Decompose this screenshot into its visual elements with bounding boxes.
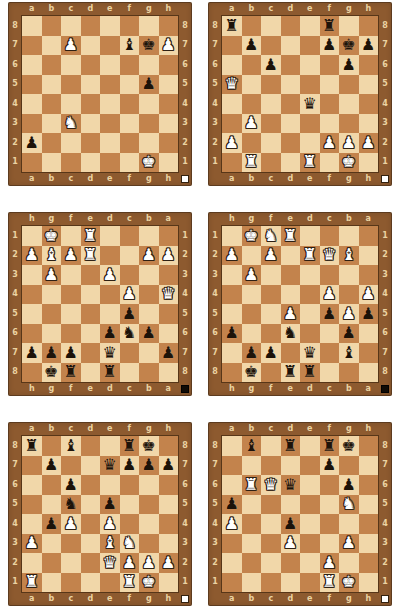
board-3-label-a: a bbox=[159, 212, 179, 226]
board-5-square-b3 bbox=[42, 534, 62, 554]
board-5-label-e: e bbox=[100, 422, 120, 436]
board-2-square-b6 bbox=[242, 55, 262, 75]
black-pawn-a5: ♟ bbox=[361, 305, 375, 321]
board-1-square-h4 bbox=[159, 94, 179, 114]
board-3-square-f4 bbox=[61, 285, 81, 305]
board-6-label-b: b bbox=[242, 592, 262, 606]
board-5-label-6: 6 bbox=[8, 475, 22, 495]
board-5-square-d2 bbox=[81, 553, 101, 573]
board-5-square-h2: ♟ bbox=[159, 553, 179, 573]
board-4-square-c7 bbox=[320, 343, 340, 363]
board-2-square-a5: ♛ bbox=[222, 75, 242, 95]
board-1-label-4: 4 bbox=[8, 94, 22, 114]
board-2-square-f5 bbox=[320, 75, 340, 95]
board-6-square-f2: ♟ bbox=[320, 553, 340, 573]
board-3-label-h: h bbox=[22, 212, 42, 226]
board-6-label-5: 5 bbox=[208, 495, 222, 515]
board-6-square-h5 bbox=[359, 495, 379, 515]
board-1-label-h: h bbox=[159, 172, 179, 186]
board-2-square-c1 bbox=[261, 153, 281, 173]
board-3-square-c1 bbox=[120, 226, 140, 246]
board-6-labels-right: 87654321 bbox=[378, 436, 392, 592]
board-1-square-a2: ♟ bbox=[22, 133, 42, 153]
white-pawn-a2: ♟ bbox=[225, 134, 239, 150]
board-1-square-a8 bbox=[22, 16, 42, 36]
board-1-label-1: 1 bbox=[178, 153, 192, 173]
board-5-square-a3: ♟ bbox=[22, 534, 42, 554]
board-6-square-a6 bbox=[222, 475, 242, 495]
black-pawn-g6: ♟ bbox=[342, 476, 356, 492]
board-3-square-g3: ♟ bbox=[42, 265, 62, 285]
board-5-square-a2 bbox=[22, 553, 42, 573]
board-2-label-2: 2 bbox=[208, 133, 222, 153]
board-2-label-4: 4 bbox=[378, 94, 392, 114]
board-4-square-c6 bbox=[320, 324, 340, 344]
board-1-square-f5 bbox=[120, 75, 140, 95]
board-1-square-a7 bbox=[22, 36, 42, 56]
board-2-label-c: c bbox=[261, 172, 281, 186]
board-3-square-h8 bbox=[22, 363, 42, 383]
board-1-label-8: 8 bbox=[178, 16, 192, 36]
board-1-square-d4 bbox=[81, 94, 101, 114]
white-queen-c6: ♛ bbox=[264, 476, 278, 492]
board-4-label-g: g bbox=[242, 382, 262, 396]
board-6-label-e: e bbox=[300, 592, 320, 606]
board-4-label-4: 4 bbox=[208, 285, 222, 305]
board-2-square-a3 bbox=[222, 114, 242, 134]
board-4-square-a6 bbox=[359, 324, 379, 344]
black-bishop-f7: ♝ bbox=[122, 37, 136, 53]
board-2-square-b3: ♟ bbox=[242, 114, 262, 134]
board-1-label-1: 1 bbox=[8, 153, 22, 173]
board-5-label-1: 1 bbox=[178, 573, 192, 593]
board-1-labels-left: 87654321 bbox=[8, 16, 22, 172]
white-pawn-h2: ♟ bbox=[225, 247, 239, 263]
board-1-square-f3 bbox=[120, 114, 140, 134]
board-3-label-6: 6 bbox=[178, 324, 192, 344]
board-3-square-d3: ♟ bbox=[100, 265, 120, 285]
board-6-label-7: 7 bbox=[208, 456, 222, 476]
board-5-square-f5 bbox=[120, 495, 140, 515]
board-3-square-a3 bbox=[159, 265, 179, 285]
board-6-label-4: 4 bbox=[378, 514, 392, 534]
board-4-square-a4: ♟ bbox=[359, 285, 379, 305]
board-3-squares: ♚♜♟♝♟♜♟♟♟♟♟♛♟♟♞♟♟♟♟♛♟♚♜♜ bbox=[22, 226, 178, 382]
board-2: abcdefghabcdefgh8765432187654321♜♜♟♟♚♟♟♟… bbox=[208, 2, 392, 186]
board-5-label-b: b bbox=[42, 592, 62, 606]
board-6-square-e7 bbox=[300, 456, 320, 476]
board-6-square-g7 bbox=[339, 456, 359, 476]
board-1-square-c4 bbox=[61, 94, 81, 114]
board-6-square-e6 bbox=[300, 475, 320, 495]
board-6-label-8: 8 bbox=[208, 436, 222, 456]
board-3-square-a5 bbox=[159, 304, 179, 324]
board-4-label-5: 5 bbox=[378, 304, 392, 324]
board-6-square-b5 bbox=[242, 495, 262, 515]
board-5-square-d1 bbox=[81, 573, 101, 593]
board-3-label-f: f bbox=[61, 382, 81, 396]
board-1-square-c6 bbox=[61, 55, 81, 75]
board-6-square-d6: ♛ bbox=[281, 475, 301, 495]
board-5-labels-top: abcdefgh bbox=[22, 422, 178, 436]
board-4-square-a5: ♟ bbox=[359, 304, 379, 324]
board-2-square-h7: ♟ bbox=[359, 36, 379, 56]
board-2-square-h1 bbox=[359, 153, 379, 173]
board-3-square-d5 bbox=[100, 304, 120, 324]
board-5-label-4: 4 bbox=[178, 514, 192, 534]
board-2-square-h5 bbox=[359, 75, 379, 95]
board-4-square-e1: ♜ bbox=[281, 226, 301, 246]
white-pawn-g2: ♟ bbox=[142, 554, 156, 570]
board-1-square-d5 bbox=[81, 75, 101, 95]
board-5-label-7: 7 bbox=[8, 456, 22, 476]
board-5-square-a5 bbox=[22, 495, 42, 515]
board-6-square-d3: ♟ bbox=[281, 534, 301, 554]
board-2-square-g1: ♚ bbox=[339, 153, 359, 173]
board-2-square-a7 bbox=[222, 36, 242, 56]
board-6-square-b8: ♝ bbox=[242, 436, 262, 456]
board-3-square-h4 bbox=[22, 285, 42, 305]
board-2-square-c8 bbox=[261, 16, 281, 36]
board-6: abcdefghabcdefgh8765432187654321♝♜♜♚♟♜♛♛… bbox=[208, 422, 392, 606]
board-2-square-e2 bbox=[300, 133, 320, 153]
board-3-square-b4 bbox=[139, 285, 159, 305]
board-5-square-d4 bbox=[81, 514, 101, 534]
board-6-square-a5: ♟ bbox=[222, 495, 242, 515]
black-pawn-f7: ♟ bbox=[322, 37, 336, 53]
board-5-square-c7 bbox=[61, 456, 81, 476]
board-4-square-e5: ♟ bbox=[281, 304, 301, 324]
board-4-label-5: 5 bbox=[208, 304, 222, 324]
board-6-square-b2 bbox=[242, 553, 262, 573]
board-6-labels-top: abcdefgh bbox=[222, 422, 378, 436]
white-rook-f1: ♜ bbox=[122, 574, 136, 590]
board-3-square-b1 bbox=[139, 226, 159, 246]
black-queen-e7: ♛ bbox=[103, 457, 117, 473]
black-rook-d8: ♜ bbox=[303, 364, 317, 380]
board-1-square-e7 bbox=[100, 36, 120, 56]
board-3-square-b5 bbox=[139, 304, 159, 324]
board-3-label-e: e bbox=[81, 382, 101, 396]
board-1-label-g: g bbox=[139, 2, 159, 16]
board-3-label-5: 5 bbox=[8, 304, 22, 324]
board-5-square-e3: ♝ bbox=[100, 534, 120, 554]
board-2-label-a: a bbox=[222, 172, 242, 186]
board-5-square-c5: ♞ bbox=[61, 495, 81, 515]
board-3-square-e5 bbox=[81, 304, 101, 324]
board-1-square-e2 bbox=[100, 133, 120, 153]
board-6-square-d2 bbox=[281, 553, 301, 573]
board-6-square-a8 bbox=[222, 436, 242, 456]
board-1-label-g: g bbox=[139, 172, 159, 186]
board-5-square-b6 bbox=[42, 475, 62, 495]
board-3-square-f7: ♟ bbox=[61, 343, 81, 363]
board-2-label-c: c bbox=[261, 2, 281, 16]
board-1-label-4: 4 bbox=[178, 94, 192, 114]
board-2-square-b7: ♟ bbox=[242, 36, 262, 56]
board-3-square-g6 bbox=[42, 324, 62, 344]
white-queen-c2: ♛ bbox=[322, 247, 336, 263]
board-5-square-g8: ♚ bbox=[139, 436, 159, 456]
board-5-square-d8 bbox=[81, 436, 101, 456]
board-3-square-h7: ♟ bbox=[22, 343, 42, 363]
board-6-square-b1 bbox=[242, 573, 262, 593]
board-2-labels-right: 87654321 bbox=[378, 16, 392, 172]
board-2-label-h: h bbox=[359, 172, 379, 186]
board-6-label-1: 1 bbox=[208, 573, 222, 593]
board-3-square-d1 bbox=[100, 226, 120, 246]
board-3-square-e8 bbox=[81, 363, 101, 383]
white-pawn-c4: ♟ bbox=[64, 515, 78, 531]
board-1-square-c7: ♟ bbox=[61, 36, 81, 56]
white-pawn-e4: ♟ bbox=[103, 515, 117, 531]
board-4-label-4: 4 bbox=[378, 285, 392, 305]
board-1-square-h7: ♟ bbox=[159, 36, 179, 56]
board-5-label-a: a bbox=[22, 592, 42, 606]
board-2-square-f7: ♟ bbox=[320, 36, 340, 56]
board-4-square-b3 bbox=[339, 265, 359, 285]
board-2-square-e7 bbox=[300, 36, 320, 56]
board-1-square-b2 bbox=[42, 133, 62, 153]
white-rook-a1: ♜ bbox=[25, 574, 39, 590]
board-1-label-f: f bbox=[120, 2, 140, 16]
board-5-label-5: 5 bbox=[8, 495, 22, 515]
board-5-label-e: e bbox=[100, 592, 120, 606]
board-3-square-c6: ♞ bbox=[120, 324, 140, 344]
board-2-square-c4 bbox=[261, 94, 281, 114]
board-6-square-d1 bbox=[281, 573, 301, 593]
board-4-label-e: e bbox=[281, 382, 301, 396]
board-1-square-f2 bbox=[120, 133, 140, 153]
black-pawn-b6: ♟ bbox=[342, 325, 356, 341]
white-pawn-a4: ♟ bbox=[361, 286, 375, 302]
board-2-label-5: 5 bbox=[208, 75, 222, 95]
board-1-square-g4 bbox=[139, 94, 159, 114]
board-3-square-c3 bbox=[120, 265, 140, 285]
white-pawn-c7: ♟ bbox=[64, 37, 78, 53]
board-4-square-h1 bbox=[222, 226, 242, 246]
board-5-square-h8 bbox=[159, 436, 179, 456]
board-5-square-c6: ♟ bbox=[61, 475, 81, 495]
board-5-square-a6 bbox=[22, 475, 42, 495]
black-bishop-b7: ♝ bbox=[342, 344, 356, 360]
board-6-square-f8: ♜ bbox=[320, 436, 340, 456]
board-5-label-8: 8 bbox=[8, 436, 22, 456]
board-1-label-d: d bbox=[81, 172, 101, 186]
black-queen-d7: ♛ bbox=[303, 344, 317, 360]
board-4-square-g2 bbox=[242, 246, 262, 266]
board-6-label-3: 3 bbox=[378, 534, 392, 554]
board-5-square-d5 bbox=[81, 495, 101, 515]
board-1-square-d6 bbox=[81, 55, 101, 75]
board-1-square-g7: ♚ bbox=[139, 36, 159, 56]
board-2-square-d4 bbox=[281, 94, 301, 114]
board-6-square-a2 bbox=[222, 553, 242, 573]
board-5-square-e1 bbox=[100, 573, 120, 593]
board-2-square-c5 bbox=[261, 75, 281, 95]
board-6-square-c2 bbox=[261, 553, 281, 573]
board-4-label-8: 8 bbox=[378, 363, 392, 383]
board-5-label-d: d bbox=[81, 422, 101, 436]
board-2-square-h3 bbox=[359, 114, 379, 134]
white-pawn-c4: ♟ bbox=[122, 286, 136, 302]
board-4-to-move-indicator-black bbox=[381, 385, 389, 393]
board-3-square-h2: ♟ bbox=[22, 246, 42, 266]
board-3-square-f6 bbox=[61, 324, 81, 344]
black-pawn-h7: ♟ bbox=[25, 344, 39, 360]
board-2-square-a1 bbox=[222, 153, 242, 173]
board-1-square-e5 bbox=[100, 75, 120, 95]
board-4-square-e6: ♞ bbox=[281, 324, 301, 344]
board-5-square-g5 bbox=[139, 495, 159, 515]
black-rook-f8: ♜ bbox=[122, 437, 136, 453]
board-4-square-d6 bbox=[300, 324, 320, 344]
board-6-label-h: h bbox=[359, 592, 379, 606]
board-4-square-e7 bbox=[281, 343, 301, 363]
board-5-square-e2: ♛ bbox=[100, 553, 120, 573]
board-2-square-e5 bbox=[300, 75, 320, 95]
board-5-square-h5 bbox=[159, 495, 179, 515]
white-queen-a4: ♛ bbox=[161, 286, 175, 302]
board-6-square-g2 bbox=[339, 553, 359, 573]
board-5-square-f7: ♟ bbox=[120, 456, 140, 476]
board-1-square-d1 bbox=[81, 153, 101, 173]
board-2-label-3: 3 bbox=[208, 114, 222, 134]
board-4-square-b8 bbox=[339, 363, 359, 383]
board-4-square-f4 bbox=[261, 285, 281, 305]
board-2-square-f8: ♜ bbox=[320, 16, 340, 36]
board-3-square-a2: ♟ bbox=[159, 246, 179, 266]
board-5-label-c: c bbox=[61, 422, 81, 436]
board-2-square-d1 bbox=[281, 153, 301, 173]
board-6-label-h: h bbox=[359, 422, 379, 436]
board-3-label-4: 4 bbox=[178, 285, 192, 305]
board-6-square-c4 bbox=[261, 514, 281, 534]
board-1-square-e6 bbox=[100, 55, 120, 75]
board-1-label-3: 3 bbox=[178, 114, 192, 134]
board-4-square-c5: ♟ bbox=[320, 304, 340, 324]
board-4-label-d: d bbox=[300, 382, 320, 396]
board-3-label-e: e bbox=[81, 212, 101, 226]
board-3-square-b2: ♟ bbox=[139, 246, 159, 266]
board-1-label-2: 2 bbox=[8, 133, 22, 153]
white-pawn-e5: ♟ bbox=[283, 305, 297, 321]
board-2-square-a8: ♜ bbox=[222, 16, 242, 36]
black-pawn-c6: ♟ bbox=[264, 56, 278, 72]
board-3-label-8: 8 bbox=[178, 363, 192, 383]
board-4-square-h3 bbox=[222, 265, 242, 285]
board-5-label-f: f bbox=[120, 592, 140, 606]
board-4-square-f7: ♟ bbox=[261, 343, 281, 363]
board-5-square-a7 bbox=[22, 456, 42, 476]
board-4-square-h4 bbox=[222, 285, 242, 305]
board-2-label-g: g bbox=[339, 2, 359, 16]
board-4-square-g3: ♟ bbox=[242, 265, 262, 285]
white-rook-b1: ♜ bbox=[244, 154, 258, 170]
board-2-label-7: 7 bbox=[378, 36, 392, 56]
board-6-square-h4 bbox=[359, 514, 379, 534]
board-2-label-e: e bbox=[300, 172, 320, 186]
white-bishop-b2: ♝ bbox=[342, 247, 356, 263]
board-4-square-a3 bbox=[359, 265, 379, 285]
board-3-square-d2 bbox=[100, 246, 120, 266]
board-6-square-g1: ♚ bbox=[339, 573, 359, 593]
black-knight-c6: ♞ bbox=[122, 325, 136, 341]
board-4-square-d3 bbox=[300, 265, 320, 285]
board-4-label-2: 2 bbox=[378, 246, 392, 266]
white-pawn-f2: ♟ bbox=[322, 554, 336, 570]
black-rook-a8: ♜ bbox=[25, 437, 39, 453]
white-pawn-d3: ♟ bbox=[103, 266, 117, 282]
board-6-square-c8 bbox=[261, 436, 281, 456]
board-1-square-f7: ♝ bbox=[120, 36, 140, 56]
board-4-square-d2: ♜ bbox=[300, 246, 320, 266]
white-pawn-h7: ♟ bbox=[161, 37, 175, 53]
board-3-square-e6 bbox=[81, 324, 101, 344]
white-rook-b6: ♜ bbox=[244, 476, 258, 492]
board-5-square-e6 bbox=[100, 475, 120, 495]
board-1-square-d7 bbox=[81, 36, 101, 56]
board-4-square-d7: ♛ bbox=[300, 343, 320, 363]
board-2-label-6: 6 bbox=[208, 55, 222, 75]
board-4-square-d1 bbox=[300, 226, 320, 246]
board-3-label-6: 6 bbox=[8, 324, 22, 344]
board-6-label-7: 7 bbox=[378, 456, 392, 476]
board-1-label-8: 8 bbox=[8, 16, 22, 36]
board-5-square-c4: ♟ bbox=[61, 514, 81, 534]
board-5-square-f2: ♟ bbox=[120, 553, 140, 573]
board-5-label-b: b bbox=[42, 422, 62, 436]
board-2-labels-bottom: abcdefgh bbox=[222, 172, 378, 186]
black-rook-a8: ♜ bbox=[225, 17, 239, 33]
board-2-label-a: a bbox=[222, 2, 242, 16]
board-5-square-e8 bbox=[100, 436, 120, 456]
board-2-square-g7: ♚ bbox=[339, 36, 359, 56]
black-pawn-e5: ♟ bbox=[103, 496, 117, 512]
board-1-labels-right: 87654321 bbox=[178, 16, 192, 172]
board-2-square-c7 bbox=[261, 36, 281, 56]
board-3-label-g: g bbox=[42, 212, 62, 226]
board-2-square-e6 bbox=[300, 55, 320, 75]
black-pawn-b6: ♟ bbox=[142, 325, 156, 341]
board-1-to-move-indicator-white bbox=[181, 175, 189, 183]
board-6-square-c6: ♛ bbox=[261, 475, 281, 495]
board-2-label-d: d bbox=[281, 2, 301, 16]
black-pawn-d4: ♟ bbox=[283, 515, 297, 531]
board-3-label-c: c bbox=[120, 382, 140, 396]
board-1-square-h2 bbox=[159, 133, 179, 153]
black-pawn-c5: ♟ bbox=[122, 305, 136, 321]
white-king-g1: ♚ bbox=[44, 227, 58, 243]
board-1-squares: ♟♝♚♟♟♞♟♚ bbox=[22, 16, 178, 172]
board-4-square-b5: ♟ bbox=[339, 304, 359, 324]
white-knight-f1: ♞ bbox=[264, 227, 278, 243]
board-3-labels-top: hgfedcba bbox=[22, 212, 178, 226]
board-3-label-7: 7 bbox=[178, 343, 192, 363]
board-5-label-2: 2 bbox=[178, 553, 192, 573]
board-6-square-e3 bbox=[300, 534, 320, 554]
black-king-g7: ♚ bbox=[342, 37, 356, 53]
board-1-square-g3 bbox=[139, 114, 159, 134]
board-4-square-f2: ♟ bbox=[261, 246, 281, 266]
board-4-square-g1: ♚ bbox=[242, 226, 262, 246]
board-6-label-c: c bbox=[261, 422, 281, 436]
board-5-square-c3 bbox=[61, 534, 81, 554]
board-6-square-f6 bbox=[320, 475, 340, 495]
board-3-label-a: a bbox=[159, 382, 179, 396]
board-4-square-c3 bbox=[320, 265, 340, 285]
white-pawn-d3: ♟ bbox=[283, 535, 297, 551]
